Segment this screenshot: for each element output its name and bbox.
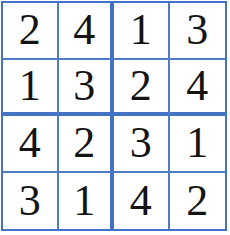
cell-r4c4[interactable]: 2 [170,173,226,230]
cell-r1c1[interactable]: 2 [3,3,59,60]
cell-r2c1[interactable]: 1 [3,60,59,117]
cell-r3c4[interactable]: 1 [170,116,226,173]
cell-r4c3[interactable]: 4 [114,173,170,230]
sudoku-diagram: 2 4 1 3 1 3 2 4 4 2 3 1 3 1 4 2 [0,0,230,235]
cell-r2c4[interactable]: 4 [170,60,226,117]
cell-r3c3[interactable]: 3 [114,116,170,173]
cell-r2c3[interactable]: 2 [114,60,170,117]
cell-r4c1[interactable]: 3 [3,173,59,230]
cell-r1c4[interactable]: 3 [170,3,226,60]
cell-r1c2[interactable]: 4 [59,3,115,60]
cell-r3c2[interactable]: 2 [59,116,115,173]
sudoku-board: 2 4 1 3 1 3 2 4 4 2 3 1 3 1 4 2 [1,1,227,231]
cell-r1c3[interactable]: 1 [114,3,170,60]
cell-r4c2[interactable]: 1 [59,173,115,230]
cell-r2c2[interactable]: 3 [59,60,115,117]
cell-r3c1[interactable]: 4 [3,116,59,173]
